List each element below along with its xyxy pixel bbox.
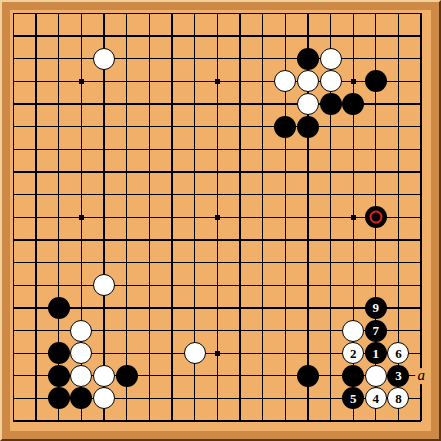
intersection[interactable]	[297, 2, 320, 25]
intersection[interactable]	[115, 387, 138, 410]
intersection[interactable]	[387, 47, 410, 70]
intersection[interactable]	[25, 387, 48, 410]
intersection[interactable]	[161, 47, 184, 70]
intersection[interactable]	[2, 319, 25, 342]
intersection[interactable]	[274, 229, 297, 252]
intersection[interactable]	[93, 274, 116, 297]
intersection[interactable]	[70, 387, 93, 410]
intersection[interactable]	[183, 342, 206, 365]
intersection[interactable]	[70, 365, 93, 388]
intersection[interactable]	[93, 115, 116, 138]
intersection[interactable]	[115, 297, 138, 320]
intersection[interactable]	[387, 25, 410, 48]
intersection[interactable]	[251, 229, 274, 252]
intersection[interactable]	[319, 47, 342, 70]
intersection[interactable]	[93, 161, 116, 184]
intersection[interactable]	[138, 410, 161, 433]
intersection[interactable]	[115, 70, 138, 93]
point-label-a[interactable]: a	[415, 368, 427, 384]
intersection[interactable]	[138, 251, 161, 274]
intersection[interactable]	[206, 47, 229, 70]
intersection[interactable]	[319, 183, 342, 206]
intersection[interactable]	[229, 229, 252, 252]
intersection[interactable]	[47, 274, 70, 297]
intersection[interactable]	[70, 25, 93, 48]
intersection[interactable]	[365, 206, 388, 229]
intersection[interactable]	[115, 251, 138, 274]
intersection[interactable]	[251, 93, 274, 116]
intersection[interactable]	[206, 2, 229, 25]
intersection[interactable]	[297, 410, 320, 433]
intersection[interactable]	[229, 387, 252, 410]
intersection[interactable]	[138, 47, 161, 70]
intersection[interactable]	[319, 229, 342, 252]
intersection[interactable]	[70, 342, 93, 365]
intersection[interactable]	[387, 2, 410, 25]
intersection[interactable]	[342, 161, 365, 184]
intersection[interactable]	[206, 93, 229, 116]
intersection[interactable]	[115, 115, 138, 138]
intersection[interactable]	[251, 70, 274, 93]
intersection[interactable]	[251, 2, 274, 25]
intersection[interactable]	[297, 206, 320, 229]
intersection[interactable]	[319, 319, 342, 342]
intersection[interactable]: 6	[387, 342, 410, 365]
intersection[interactable]	[70, 93, 93, 116]
intersection[interactable]	[229, 206, 252, 229]
intersection[interactable]	[25, 183, 48, 206]
intersection[interactable]	[410, 274, 433, 297]
intersection[interactable]: a	[410, 365, 433, 388]
intersection[interactable]	[2, 342, 25, 365]
intersection[interactable]	[387, 229, 410, 252]
intersection[interactable]	[410, 206, 433, 229]
intersection[interactable]	[410, 138, 433, 161]
intersection[interactable]	[342, 319, 365, 342]
intersection[interactable]	[206, 138, 229, 161]
intersection[interactable]	[93, 47, 116, 70]
intersection[interactable]	[274, 47, 297, 70]
intersection[interactable]	[25, 206, 48, 229]
intersection[interactable]	[342, 297, 365, 320]
intersection[interactable]	[365, 251, 388, 274]
intersection[interactable]	[365, 183, 388, 206]
intersection[interactable]	[342, 274, 365, 297]
intersection[interactable]	[251, 319, 274, 342]
intersection[interactable]	[47, 70, 70, 93]
intersection[interactable]	[25, 319, 48, 342]
intersection[interactable]	[251, 274, 274, 297]
intersection[interactable]	[2, 138, 25, 161]
intersection[interactable]	[70, 183, 93, 206]
intersection[interactable]	[342, 206, 365, 229]
intersection[interactable]	[138, 319, 161, 342]
intersection[interactable]	[161, 274, 184, 297]
intersection[interactable]	[387, 138, 410, 161]
intersection[interactable]	[297, 297, 320, 320]
intersection[interactable]	[161, 183, 184, 206]
intersection[interactable]	[138, 138, 161, 161]
intersection[interactable]	[47, 387, 70, 410]
intersection[interactable]	[25, 365, 48, 388]
intersection[interactable]	[342, 2, 365, 25]
intersection[interactable]	[183, 138, 206, 161]
intersection[interactable]	[410, 183, 433, 206]
intersection[interactable]	[251, 47, 274, 70]
intersection[interactable]	[229, 25, 252, 48]
intersection[interactable]	[274, 25, 297, 48]
intersection[interactable]	[115, 2, 138, 25]
intersection[interactable]	[161, 251, 184, 274]
intersection[interactable]	[93, 297, 116, 320]
intersection[interactable]	[410, 342, 433, 365]
intersection[interactable]	[410, 229, 433, 252]
intersection[interactable]	[342, 183, 365, 206]
intersection[interactable]	[342, 365, 365, 388]
intersection[interactable]	[274, 206, 297, 229]
intersection[interactable]	[206, 70, 229, 93]
intersection[interactable]	[70, 410, 93, 433]
intersection[interactable]	[115, 319, 138, 342]
intersection[interactable]	[183, 365, 206, 388]
intersection[interactable]	[206, 410, 229, 433]
intersection[interactable]	[410, 410, 433, 433]
intersection[interactable]	[274, 410, 297, 433]
intersection[interactable]	[25, 25, 48, 48]
intersection[interactable]	[387, 251, 410, 274]
intersection[interactable]	[161, 387, 184, 410]
intersection[interactable]	[342, 93, 365, 116]
intersection[interactable]	[297, 70, 320, 93]
intersection[interactable]	[70, 229, 93, 252]
intersection[interactable]	[47, 93, 70, 116]
intersection[interactable]	[183, 2, 206, 25]
intersection[interactable]	[251, 251, 274, 274]
intersection[interactable]	[25, 47, 48, 70]
intersection[interactable]	[70, 70, 93, 93]
intersection[interactable]	[47, 297, 70, 320]
intersection[interactable]	[319, 387, 342, 410]
intersection[interactable]	[47, 138, 70, 161]
intersection[interactable]	[138, 274, 161, 297]
intersection[interactable]	[365, 365, 388, 388]
intersection[interactable]	[47, 47, 70, 70]
intersection[interactable]	[297, 274, 320, 297]
intersection[interactable]	[70, 251, 93, 274]
intersection[interactable]	[410, 70, 433, 93]
intersection[interactable]	[115, 410, 138, 433]
intersection[interactable]	[274, 365, 297, 388]
intersection[interactable]	[161, 365, 184, 388]
intersection[interactable]	[229, 138, 252, 161]
intersection[interactable]	[342, 70, 365, 93]
intersection[interactable]	[251, 183, 274, 206]
intersection[interactable]	[115, 183, 138, 206]
intersection[interactable]	[319, 2, 342, 25]
intersection[interactable]	[93, 319, 116, 342]
intersection[interactable]	[138, 70, 161, 93]
intersection[interactable]	[387, 183, 410, 206]
intersection[interactable]	[115, 206, 138, 229]
intersection[interactable]	[297, 229, 320, 252]
intersection[interactable]	[138, 206, 161, 229]
intersection[interactable]	[274, 183, 297, 206]
intersection[interactable]	[410, 115, 433, 138]
intersection[interactable]	[365, 138, 388, 161]
intersection[interactable]	[2, 251, 25, 274]
intersection[interactable]	[70, 274, 93, 297]
intersection[interactable]	[138, 115, 161, 138]
intersection[interactable]	[183, 274, 206, 297]
intersection[interactable]	[138, 229, 161, 252]
intersection[interactable]	[274, 138, 297, 161]
intersection[interactable]	[229, 93, 252, 116]
intersection[interactable]	[161, 342, 184, 365]
intersection[interactable]	[47, 183, 70, 206]
intersection[interactable]	[274, 161, 297, 184]
intersection[interactable]	[319, 206, 342, 229]
intersection[interactable]: 5	[342, 387, 365, 410]
intersection[interactable]	[274, 251, 297, 274]
intersection[interactable]	[229, 319, 252, 342]
intersection[interactable]	[365, 410, 388, 433]
intersection[interactable]	[2, 47, 25, 70]
intersection[interactable]	[183, 410, 206, 433]
intersection[interactable]	[342, 251, 365, 274]
intersection[interactable]	[25, 161, 48, 184]
intersection[interactable]	[410, 93, 433, 116]
intersection[interactable]	[183, 183, 206, 206]
intersection[interactable]	[365, 25, 388, 48]
intersection[interactable]	[47, 410, 70, 433]
intersection[interactable]	[2, 274, 25, 297]
intersection[interactable]	[387, 206, 410, 229]
intersection[interactable]	[47, 115, 70, 138]
intersection[interactable]	[161, 93, 184, 116]
intersection[interactable]	[25, 2, 48, 25]
intersection[interactable]	[47, 161, 70, 184]
intersection[interactable]	[387, 410, 410, 433]
intersection[interactable]	[70, 138, 93, 161]
intersection[interactable]	[410, 387, 433, 410]
intersection[interactable]	[161, 297, 184, 320]
intersection[interactable]	[206, 342, 229, 365]
intersection[interactable]	[297, 183, 320, 206]
intersection[interactable]	[115, 229, 138, 252]
intersection[interactable]	[138, 297, 161, 320]
intersection[interactable]	[183, 70, 206, 93]
intersection[interactable]	[115, 161, 138, 184]
intersection[interactable]	[229, 297, 252, 320]
intersection[interactable]	[47, 365, 70, 388]
intersection[interactable]	[410, 25, 433, 48]
intersection[interactable]	[25, 115, 48, 138]
intersection[interactable]	[93, 387, 116, 410]
intersection[interactable]	[93, 251, 116, 274]
intersection[interactable]	[183, 387, 206, 410]
intersection[interactable]	[206, 365, 229, 388]
intersection[interactable]	[274, 319, 297, 342]
intersection[interactable]	[365, 161, 388, 184]
intersection[interactable]	[365, 274, 388, 297]
intersection[interactable]	[115, 93, 138, 116]
intersection[interactable]	[161, 70, 184, 93]
intersection[interactable]	[410, 2, 433, 25]
intersection[interactable]	[47, 2, 70, 25]
intersection[interactable]	[206, 206, 229, 229]
intersection[interactable]	[206, 183, 229, 206]
intersection[interactable]	[274, 297, 297, 320]
intersection[interactable]	[387, 70, 410, 93]
intersection[interactable]	[161, 229, 184, 252]
intersection[interactable]	[25, 251, 48, 274]
intersection[interactable]	[274, 93, 297, 116]
intersection[interactable]	[93, 138, 116, 161]
intersection[interactable]	[25, 70, 48, 93]
intersection[interactable]	[387, 115, 410, 138]
intersection[interactable]: 1	[365, 342, 388, 365]
intersection[interactable]	[274, 115, 297, 138]
intersection[interactable]	[183, 47, 206, 70]
intersection[interactable]	[161, 25, 184, 48]
intersection[interactable]	[229, 47, 252, 70]
intersection[interactable]	[25, 297, 48, 320]
intersection[interactable]	[365, 229, 388, 252]
intersection[interactable]	[183, 229, 206, 252]
intersection[interactable]	[410, 251, 433, 274]
intersection[interactable]	[2, 297, 25, 320]
intersection[interactable]	[47, 251, 70, 274]
intersection[interactable]	[93, 183, 116, 206]
intersection[interactable]	[387, 161, 410, 184]
intersection[interactable]	[25, 138, 48, 161]
intersection[interactable]	[365, 2, 388, 25]
intersection[interactable]	[93, 342, 116, 365]
intersection[interactable]	[2, 229, 25, 252]
intersection[interactable]	[319, 410, 342, 433]
intersection[interactable]	[251, 138, 274, 161]
intersection[interactable]	[138, 365, 161, 388]
intersection[interactable]	[161, 319, 184, 342]
intersection[interactable]	[115, 274, 138, 297]
intersection[interactable]	[47, 229, 70, 252]
intersection[interactable]	[251, 161, 274, 184]
intersection[interactable]	[229, 161, 252, 184]
intersection[interactable]	[229, 70, 252, 93]
intersection[interactable]	[2, 206, 25, 229]
intersection[interactable]	[70, 206, 93, 229]
intersection[interactable]	[342, 138, 365, 161]
intersection[interactable]	[93, 25, 116, 48]
intersection[interactable]	[161, 161, 184, 184]
intersection[interactable]	[319, 93, 342, 116]
intersection[interactable]: 3	[387, 365, 410, 388]
intersection[interactable]	[297, 365, 320, 388]
intersection[interactable]	[206, 387, 229, 410]
intersection[interactable]	[297, 319, 320, 342]
intersection[interactable]	[206, 161, 229, 184]
intersection[interactable]	[93, 93, 116, 116]
intersection[interactable]	[251, 115, 274, 138]
intersection[interactable]	[93, 229, 116, 252]
intersection[interactable]	[274, 70, 297, 93]
intersection[interactable]	[410, 319, 433, 342]
intersection[interactable]	[229, 115, 252, 138]
intersection[interactable]: 9	[365, 297, 388, 320]
intersection[interactable]	[206, 25, 229, 48]
intersection[interactable]	[183, 206, 206, 229]
intersection[interactable]	[183, 297, 206, 320]
intersection[interactable]	[206, 274, 229, 297]
intersection[interactable]	[319, 115, 342, 138]
intersection[interactable]	[297, 115, 320, 138]
intersection[interactable]	[251, 206, 274, 229]
intersection[interactable]	[387, 297, 410, 320]
intersection[interactable]	[387, 274, 410, 297]
intersection[interactable]	[342, 229, 365, 252]
intersection[interactable]	[47, 342, 70, 365]
intersection[interactable]	[47, 206, 70, 229]
intersection[interactable]	[161, 138, 184, 161]
intersection[interactable]	[183, 25, 206, 48]
intersection[interactable]	[297, 138, 320, 161]
intersection[interactable]	[70, 319, 93, 342]
intersection[interactable]	[25, 342, 48, 365]
intersection[interactable]	[251, 297, 274, 320]
intersection[interactable]	[138, 25, 161, 48]
intersection[interactable]	[138, 161, 161, 184]
intersection[interactable]	[2, 70, 25, 93]
intersection[interactable]	[297, 161, 320, 184]
intersection[interactable]	[319, 274, 342, 297]
intersection[interactable]	[93, 365, 116, 388]
intersection[interactable]	[319, 138, 342, 161]
intersection[interactable]: 4	[365, 387, 388, 410]
intersection[interactable]	[365, 93, 388, 116]
intersection[interactable]	[2, 183, 25, 206]
intersection[interactable]	[251, 387, 274, 410]
intersection[interactable]	[183, 319, 206, 342]
intersection[interactable]	[183, 93, 206, 116]
intersection[interactable]	[342, 47, 365, 70]
intersection[interactable]: 2	[342, 342, 365, 365]
intersection[interactable]	[161, 2, 184, 25]
intersection[interactable]	[2, 365, 25, 388]
intersection[interactable]	[251, 25, 274, 48]
intersection[interactable]	[70, 161, 93, 184]
intersection[interactable]	[365, 115, 388, 138]
intersection[interactable]	[2, 115, 25, 138]
intersection[interactable]	[93, 70, 116, 93]
intersection[interactable]	[138, 342, 161, 365]
intersection[interactable]	[229, 365, 252, 388]
intersection[interactable]	[115, 138, 138, 161]
intersection[interactable]	[47, 319, 70, 342]
intersection[interactable]	[2, 93, 25, 116]
intersection[interactable]	[410, 47, 433, 70]
intersection[interactable]	[229, 251, 252, 274]
intersection[interactable]	[25, 274, 48, 297]
intersection[interactable]	[115, 342, 138, 365]
intersection[interactable]	[25, 410, 48, 433]
intersection[interactable]	[25, 93, 48, 116]
intersection[interactable]	[138, 93, 161, 116]
intersection[interactable]	[319, 365, 342, 388]
intersection[interactable]	[161, 410, 184, 433]
intersection[interactable]	[319, 70, 342, 93]
intersection[interactable]	[93, 2, 116, 25]
intersection[interactable]	[115, 47, 138, 70]
